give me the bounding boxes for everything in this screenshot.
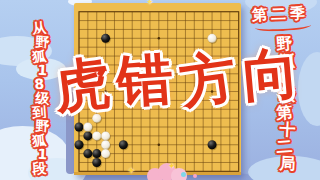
confetti-dot [193, 174, 197, 178]
char: 错 [115, 50, 175, 110]
white-stone [101, 131, 110, 140]
cloud [298, 52, 320, 126]
sparkle-icon: ✦ [127, 166, 135, 176]
star-point [158, 144, 161, 147]
season-label: 第二季 [252, 6, 309, 23]
white-stone [101, 149, 110, 158]
white-stone [208, 34, 217, 43]
char: 向 [240, 44, 301, 105]
black-stone [92, 149, 101, 158]
black-stone [75, 123, 84, 132]
black-stone [83, 149, 92, 158]
char: 二 [276, 138, 293, 155]
black-stone [92, 158, 101, 167]
char: 虎 [51, 54, 113, 116]
confetti-dot [181, 172, 186, 177]
star-point [158, 37, 161, 40]
white-stone [83, 123, 92, 132]
char: 段 [32, 161, 47, 176]
sparkle-icon: ✦ [168, 162, 176, 171]
black-stone [75, 140, 84, 149]
char: 方 [176, 48, 239, 111]
black-stone [119, 140, 128, 149]
char: 局 [279, 156, 296, 173]
black-stone [208, 140, 217, 149]
page-title: 虎错方向 [53, 48, 300, 113]
black-stone [83, 131, 92, 140]
char: 第 [276, 104, 293, 121]
white-stone [92, 131, 101, 140]
thumbnail: 从野狐18级到野狐1段 第二季 野狐6级第十二局 虎错方向 ✦ ✦ ✦ [0, 0, 320, 180]
sparkle-icon: ✦ [146, 0, 154, 7]
left-banner: 从野狐18级到野狐1段 [28, 21, 54, 174]
char: 十 [279, 121, 296, 138]
black-stone [101, 34, 110, 43]
white-stone [101, 140, 110, 149]
